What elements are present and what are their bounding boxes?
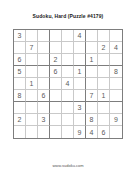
cell-r9c4 <box>50 126 62 138</box>
cell-r2c1 <box>14 42 26 54</box>
cell-r7c8 <box>98 102 110 114</box>
cell-r2c7 <box>86 42 98 54</box>
cell-r6c4 <box>50 90 62 102</box>
cell-r6c9 <box>110 90 122 102</box>
puzzle-title: Sudoku, Hard (Puzzle #4179) <box>0 13 136 19</box>
cell-r9c2 <box>26 126 38 138</box>
cell-r7c6: 3 <box>74 102 86 114</box>
footer-url: www.sudoku.com <box>0 163 136 168</box>
cell-r1c9 <box>110 30 122 42</box>
cell-r7c2 <box>26 102 38 114</box>
cell-r9c1 <box>14 126 26 138</box>
cell-r3c4: 2 <box>50 54 62 66</box>
cell-r7c3 <box>38 102 50 114</box>
cell-r4c2 <box>26 66 38 78</box>
cell-r9c6: 9 <box>74 126 86 138</box>
cell-r6c5 <box>62 90 74 102</box>
cell-r3c6 <box>74 54 86 66</box>
cell-r4c8 <box>98 66 110 78</box>
cell-r5c4 <box>50 78 62 90</box>
cell-r7c4 <box>50 102 62 114</box>
cell-r7c1 <box>14 102 26 114</box>
cell-r6c6 <box>74 90 86 102</box>
cell-r9c7: 4 <box>86 126 98 138</box>
cell-r3c8 <box>98 54 110 66</box>
cell-r4c1: 5 <box>14 66 26 78</box>
sudoku-board: 34724621561814867132389946 <box>13 29 123 139</box>
cell-r9c3 <box>38 126 50 138</box>
cell-r8c3: 3 <box>38 114 50 126</box>
cell-r2c5 <box>62 42 74 54</box>
cell-r4c6: 1 <box>74 66 86 78</box>
cell-r8c2 <box>26 114 38 126</box>
cell-r5c1 <box>14 78 26 90</box>
cell-r3c7: 1 <box>86 54 98 66</box>
cell-r1c4 <box>50 30 62 42</box>
cell-r8c8 <box>98 114 110 126</box>
cell-r8c5 <box>62 114 74 126</box>
cell-r1c7 <box>86 30 98 42</box>
cell-r6c2 <box>26 90 38 102</box>
cell-r2c2: 7 <box>26 42 38 54</box>
cell-r9c5 <box>62 126 74 138</box>
cell-r2c6 <box>74 42 86 54</box>
cell-r5c8 <box>98 78 110 90</box>
cell-r4c4: 6 <box>50 66 62 78</box>
cell-r3c9 <box>110 54 122 66</box>
cell-r1c1: 3 <box>14 30 26 42</box>
cell-r7c5 <box>62 102 74 114</box>
cell-r4c3 <box>38 66 50 78</box>
cell-r2c4 <box>50 42 62 54</box>
cell-r1c5 <box>62 30 74 42</box>
cell-r3c1: 6 <box>14 54 26 66</box>
cell-r1c3 <box>38 30 50 42</box>
cell-r8c1: 2 <box>14 114 26 126</box>
cell-r5c5: 4 <box>62 78 74 90</box>
cell-r8c4 <box>50 114 62 126</box>
cell-r7c7 <box>86 102 98 114</box>
cell-r1c8 <box>98 30 110 42</box>
cell-r5c9 <box>110 78 122 90</box>
cell-r5c6 <box>74 78 86 90</box>
cell-r3c3 <box>38 54 50 66</box>
cell-r6c8: 1 <box>98 90 110 102</box>
cell-r5c2: 1 <box>26 78 38 90</box>
cell-r8c6 <box>74 114 86 126</box>
cell-r2c3 <box>38 42 50 54</box>
cell-r7c9 <box>110 102 122 114</box>
cell-r2c9: 4 <box>110 42 122 54</box>
sudoku-page: Sudoku, Hard (Puzzle #4179) 347246215618… <box>0 0 136 176</box>
cell-r4c9: 8 <box>110 66 122 78</box>
cell-r1c2 <box>26 30 38 42</box>
cell-r1c6: 4 <box>74 30 86 42</box>
cell-r6c1: 8 <box>14 90 26 102</box>
cell-r4c5 <box>62 66 74 78</box>
cell-r3c5 <box>62 54 74 66</box>
cell-r8c9: 9 <box>110 114 122 126</box>
cell-r5c7 <box>86 78 98 90</box>
cell-r9c8: 6 <box>98 126 110 138</box>
cell-r8c7: 8 <box>86 114 98 126</box>
cell-r2c8: 2 <box>98 42 110 54</box>
cell-r4c7 <box>86 66 98 78</box>
cell-r3c2 <box>26 54 38 66</box>
cell-r5c3 <box>38 78 50 90</box>
cell-r6c7: 7 <box>86 90 98 102</box>
cell-r9c9 <box>110 126 122 138</box>
cell-r6c3: 6 <box>38 90 50 102</box>
